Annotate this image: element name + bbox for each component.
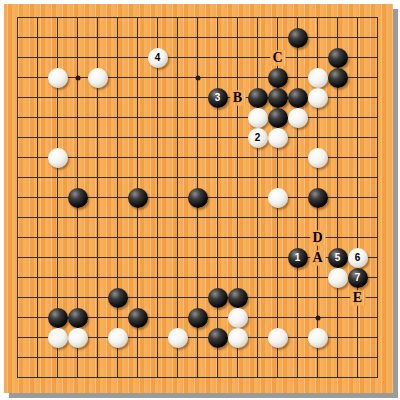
white-stone[interactable] — [48, 328, 68, 348]
white-stone[interactable] — [88, 68, 108, 88]
white-stone[interactable] — [228, 328, 248, 348]
white-stone[interactable] — [48, 148, 68, 168]
point-label-a[interactable]: A — [310, 250, 325, 265]
move-number: 3 — [215, 93, 221, 103]
star-point — [75, 75, 80, 80]
black-stone[interactable] — [268, 68, 288, 88]
white-stone[interactable] — [48, 68, 68, 88]
black-stone[interactable] — [328, 48, 348, 68]
black-stone[interactable] — [128, 188, 148, 208]
white-stone-move-6[interactable]: 6 — [348, 248, 368, 268]
black-stone-move-3[interactable]: 3 — [208, 88, 228, 108]
white-stone[interactable] — [308, 148, 328, 168]
star-point — [315, 315, 320, 320]
move-number: 4 — [155, 53, 161, 63]
black-stone-move-7[interactable]: 7 — [348, 268, 368, 288]
move-number: 5 — [335, 253, 341, 263]
black-stone[interactable] — [188, 308, 208, 328]
black-stone[interactable] — [248, 88, 268, 108]
white-stone-move-4[interactable]: 4 — [148, 48, 168, 68]
move-number: 1 — [295, 253, 301, 263]
move-number: 6 — [355, 253, 361, 263]
white-stone[interactable] — [328, 268, 348, 288]
white-stone[interactable] — [268, 328, 288, 348]
black-stone[interactable] — [108, 288, 128, 308]
white-stone[interactable] — [268, 188, 288, 208]
black-stone[interactable] — [288, 88, 308, 108]
black-stone[interactable] — [268, 108, 288, 128]
black-stone[interactable] — [288, 28, 308, 48]
black-stone[interactable] — [208, 328, 228, 348]
point-label-e[interactable]: E — [350, 290, 365, 305]
white-stone[interactable] — [288, 108, 308, 128]
point-label-b[interactable]: B — [230, 90, 245, 105]
white-stone[interactable] — [268, 128, 288, 148]
go-diagram-page: ABCDE3157426 — [0, 0, 400, 400]
black-stone[interactable] — [208, 288, 228, 308]
point-label-d[interactable]: D — [310, 230, 325, 245]
white-stone-move-2[interactable]: 2 — [248, 128, 268, 148]
move-number: 7 — [355, 273, 361, 283]
star-point — [195, 75, 200, 80]
black-stone[interactable] — [128, 308, 148, 328]
black-stone[interactable] — [268, 88, 288, 108]
black-stone[interactable] — [188, 188, 208, 208]
white-stone[interactable] — [68, 328, 88, 348]
black-stone[interactable] — [328, 68, 348, 88]
black-stone[interactable] — [68, 188, 88, 208]
white-stone[interactable] — [308, 328, 328, 348]
point-label-c[interactable]: C — [270, 50, 285, 65]
white-stone[interactable] — [248, 108, 268, 128]
go-board[interactable]: ABCDE3157426 — [4, 4, 393, 393]
black-stone[interactable] — [48, 308, 68, 328]
white-stone[interactable] — [308, 88, 328, 108]
white-stone[interactable] — [228, 308, 248, 328]
black-stone[interactable] — [308, 188, 328, 208]
white-stone[interactable] — [308, 68, 328, 88]
move-number: 2 — [255, 133, 261, 143]
black-stone-move-1[interactable]: 1 — [288, 248, 308, 268]
white-stone[interactable] — [168, 328, 188, 348]
black-stone-move-5[interactable]: 5 — [328, 248, 348, 268]
white-stone[interactable] — [108, 328, 128, 348]
black-stone[interactable] — [68, 308, 88, 328]
black-stone[interactable] — [228, 288, 248, 308]
